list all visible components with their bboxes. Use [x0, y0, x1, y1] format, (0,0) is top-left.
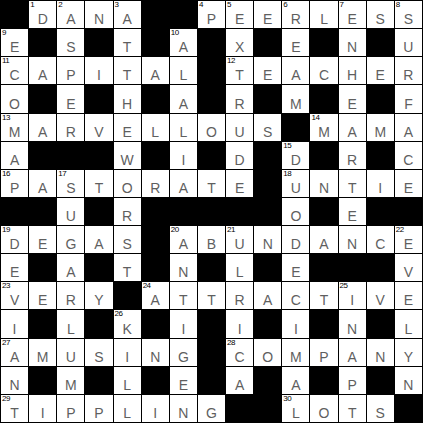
grid-cell-6-8[interactable]: E: [226, 170, 253, 197]
cell-letter: L: [395, 322, 422, 337]
grid-cell-2-10[interactable]: A: [282, 57, 309, 84]
grid-cell-7-2[interactable]: U: [57, 198, 84, 225]
grid-cell-4-11[interactable]: 14M: [310, 114, 337, 141]
grid-cell-9-6[interactable]: N: [170, 254, 197, 281]
cell-letter: N: [339, 322, 366, 337]
cell-letter: A: [226, 378, 253, 393]
grid-cell-14-5[interactable]: I: [142, 395, 169, 422]
block-cell-11-7: [198, 310, 225, 337]
cell-letter: S: [114, 237, 141, 252]
cell-letter: T: [198, 293, 225, 308]
grid-cell-2-4[interactable]: T: [114, 57, 141, 84]
cell-letter: S: [367, 12, 394, 27]
cell-letter: E: [339, 97, 366, 112]
grid-cell-11-0[interactable]: I: [1, 310, 28, 337]
grid-cell-8-9[interactable]: N: [254, 226, 281, 253]
grid-cell-2-1[interactable]: A: [29, 57, 56, 84]
cell-letter: A: [142, 68, 169, 83]
grid-cell-9-8[interactable]: L: [226, 254, 253, 281]
cell-letter: C: [310, 68, 337, 83]
grid-cell-6-11[interactable]: N: [310, 170, 337, 197]
cell-letter: C: [282, 293, 309, 308]
cell-letter: I: [170, 153, 197, 168]
block-cell-7-14: [395, 198, 422, 225]
cell-letter: P: [57, 68, 84, 83]
cell-letter: T: [1, 406, 28, 421]
grid-cell-13-12[interactable]: P: [339, 367, 366, 394]
grid-cell-13-4[interactable]: L: [114, 367, 141, 394]
block-cell-7-0: [1, 198, 28, 225]
grid-cell-1-4[interactable]: T: [114, 29, 141, 56]
grid-cell-12-13[interactable]: N: [367, 339, 394, 366]
cell-letter: T: [310, 293, 337, 308]
grid-cell-6-5[interactable]: R: [142, 170, 169, 197]
clue-number-27: 27: [2, 339, 10, 348]
grid-cell-2-6[interactable]: L: [170, 57, 197, 84]
grid-cell-12-4[interactable]: I: [114, 339, 141, 366]
grid-cell-6-0[interactable]: 16P: [1, 170, 28, 197]
grid-cell-11-8[interactable]: I: [226, 310, 253, 337]
cell-letter: M: [282, 97, 309, 112]
grid-cell-0-13[interactable]: S: [367, 1, 394, 28]
cell-letter: G: [57, 237, 84, 252]
grid-cell-5-0[interactable]: A: [1, 142, 28, 169]
grid-cell-2-5[interactable]: A: [142, 57, 169, 84]
grid-cell-8-3[interactable]: A: [85, 226, 112, 253]
clue-number-17: 17: [58, 170, 66, 179]
grid-cell-0-12[interactable]: 7E: [339, 1, 366, 28]
grid-cell-4-8[interactable]: U: [226, 114, 253, 141]
cell-letter: G: [170, 350, 197, 365]
cell-letter: A: [170, 40, 197, 55]
grid-cell-3-10[interactable]: M: [282, 85, 309, 112]
cell-letter: M: [367, 125, 394, 140]
grid-cell-3-0[interactable]: O: [1, 85, 28, 112]
grid-cell-2-8[interactable]: 12T: [226, 57, 253, 84]
grid-cell-2-13[interactable]: E: [367, 57, 394, 84]
cell-letter: T: [114, 40, 141, 55]
cell-letter: T: [226, 68, 253, 83]
grid-cell-4-2[interactable]: R: [57, 114, 84, 141]
grid-cell-10-14[interactable]: E: [395, 282, 422, 309]
grid-cell-5-8[interactable]: D: [226, 142, 253, 169]
cell-letter: U: [57, 350, 84, 365]
grid-cell-0-4[interactable]: 3A: [114, 1, 141, 28]
block-cell-7-13: [367, 198, 394, 225]
cell-letter: E: [57, 97, 84, 112]
block-cell-13-11: [310, 367, 337, 394]
clue-number-28: 28: [227, 339, 235, 348]
cell-letter: A: [282, 68, 309, 83]
cell-letter: L: [170, 125, 197, 140]
grid-cell-9-14[interactable]: V: [395, 254, 422, 281]
block-cell-3-7: [198, 85, 225, 112]
cell-letter: K: [114, 322, 141, 337]
grid-cell-10-2[interactable]: R: [57, 282, 84, 309]
grid-cell-4-12[interactable]: A: [339, 114, 366, 141]
clue-number-19: 19: [2, 226, 10, 235]
cell-letter: A: [29, 125, 56, 140]
cell-letter: N: [142, 350, 169, 365]
cell-letter: W: [114, 153, 141, 168]
cell-letter: T: [339, 406, 366, 421]
grid-cell-7-4[interactable]: R: [114, 198, 141, 225]
block-cell-9-5: [142, 254, 169, 281]
grid-cell-12-2[interactable]: U: [57, 339, 84, 366]
block-cell-13-3: [85, 367, 112, 394]
cell-letter: O: [282, 209, 309, 224]
grid-cell-1-6[interactable]: 10A: [170, 29, 197, 56]
grid-cell-5-6[interactable]: I: [170, 142, 197, 169]
grid-cell-14-11[interactable]: O: [310, 395, 337, 422]
grid-cell-8-13[interactable]: C: [367, 226, 394, 253]
block-cell-13-7: [198, 367, 225, 394]
clue-number-11: 11: [2, 57, 9, 66]
cell-letter: E: [114, 125, 141, 140]
cell-letter: E: [395, 181, 422, 196]
grid-cell-13-14[interactable]: N: [395, 367, 422, 394]
block-cell-12-7: [198, 339, 225, 366]
grid-cell-14-2[interactable]: P: [57, 395, 84, 422]
grid-cell-12-3[interactable]: S: [85, 339, 112, 366]
cell-letter: D: [226, 153, 253, 168]
block-cell-7-6: [170, 198, 197, 225]
block-cell-9-11: [310, 254, 337, 281]
block-cell-11-1: [29, 310, 56, 337]
cell-letter: A: [282, 378, 309, 393]
grid-cell-4-0[interactable]: 13M: [1, 114, 28, 141]
grid-cell-2-12[interactable]: H: [339, 57, 366, 84]
grid-cell-0-8[interactable]: 5E: [226, 1, 253, 28]
cell-letter: Y: [395, 350, 422, 365]
grid-cell-1-14[interactable]: U: [395, 29, 422, 56]
grid-cell-9-10[interactable]: E: [282, 254, 309, 281]
grid-cell-12-10[interactable]: M: [282, 339, 309, 366]
clue-number-3: 3: [115, 1, 119, 10]
cell-letter: P: [85, 406, 112, 421]
cell-letter: I: [367, 181, 394, 196]
cell-letter: A: [1, 350, 28, 365]
cell-letter: S: [254, 125, 281, 140]
cell-letter: C: [1, 68, 28, 83]
grid-cell-4-4[interactable]: E: [114, 114, 141, 141]
grid-cell-6-12[interactable]: T: [339, 170, 366, 197]
grid-cell-10-6[interactable]: T: [170, 282, 197, 309]
cell-letter: E: [226, 12, 253, 27]
grid-cell-8-12[interactable]: N: [339, 226, 366, 253]
grid-cell-4-14[interactable]: A: [395, 114, 422, 141]
grid-cell-3-4[interactable]: H: [114, 85, 141, 112]
grid-cell-10-13[interactable]: V: [367, 282, 394, 309]
grid-cell-10-11[interactable]: T: [310, 282, 337, 309]
grid-cell-0-11[interactable]: L: [310, 1, 337, 28]
grid-cell-3-14[interactable]: F: [395, 85, 422, 112]
block-cell-11-11: [310, 310, 337, 337]
grid-cell-10-1[interactable]: E: [29, 282, 56, 309]
cell-letter: E: [395, 293, 422, 308]
cell-letter: N: [339, 40, 366, 55]
cell-letter: M: [57, 378, 84, 393]
clue-number-5: 5: [227, 1, 231, 10]
block-cell-11-5: [142, 310, 169, 337]
cell-letter: P: [310, 350, 337, 365]
cell-letter: E: [339, 209, 366, 224]
grid-cell-14-6[interactable]: N: [170, 395, 197, 422]
cell-letter: A: [142, 293, 169, 308]
cell-letter: A: [29, 68, 56, 83]
grid-cell-6-10[interactable]: 18U: [282, 170, 309, 197]
grid-cell-12-5[interactable]: N: [142, 339, 169, 366]
cell-letter: E: [254, 12, 281, 27]
cell-letter: Y: [85, 293, 112, 308]
grid-cell-14-0[interactable]: 29T: [1, 395, 28, 422]
cell-letter: I: [114, 350, 141, 365]
grid-cell-14-13[interactable]: S: [367, 395, 394, 422]
grid-cell-11-10[interactable]: I: [282, 310, 309, 337]
clue-number-10: 10: [171, 29, 179, 38]
grid-cell-8-1[interactable]: E: [29, 226, 56, 253]
block-cell-9-9: [254, 254, 281, 281]
cell-letter: E: [339, 12, 366, 27]
grid-cell-8-7[interactable]: B: [198, 226, 225, 253]
cell-letter: M: [310, 125, 337, 140]
cell-letter: A: [254, 293, 281, 308]
cell-letter: O: [254, 350, 281, 365]
cell-letter: R: [395, 68, 422, 83]
grid-cell-4-6[interactable]: L: [170, 114, 197, 141]
grid-cell-11-4[interactable]: 26K: [114, 310, 141, 337]
block-cell-13-9: [254, 367, 281, 394]
cell-letter: E: [1, 265, 28, 280]
grid-cell-10-10[interactable]: C: [282, 282, 309, 309]
cell-letter: O: [198, 125, 225, 140]
grid-cell-13-8[interactable]: A: [226, 367, 253, 394]
grid-cell-0-10[interactable]: 6R: [282, 1, 309, 28]
cell-letter: T: [114, 68, 141, 83]
cell-letter: N: [339, 237, 366, 252]
grid-cell-14-1[interactable]: I: [29, 395, 56, 422]
grid-cell-2-0[interactable]: 11C: [1, 57, 28, 84]
clue-number-7: 7: [340, 1, 344, 10]
grid-cell-11-2[interactable]: L: [57, 310, 84, 337]
grid-cell-14-10[interactable]: 30L: [282, 395, 309, 422]
grid-cell-10-7[interactable]: T: [198, 282, 225, 309]
grid-cell-12-11[interactable]: P: [310, 339, 337, 366]
block-cell-14-8: [226, 395, 253, 422]
cell-letter: I: [282, 322, 309, 337]
grid-cell-7-10[interactable]: O: [282, 198, 309, 225]
grid-cell-11-14[interactable]: L: [395, 310, 422, 337]
block-cell-1-11: [310, 29, 337, 56]
grid-cell-4-13[interactable]: M: [367, 114, 394, 141]
cell-letter: P: [198, 12, 225, 27]
grid-cell-0-1[interactable]: 1D: [29, 1, 56, 28]
block-cell-11-9: [254, 310, 281, 337]
grid-cell-6-6[interactable]: A: [170, 170, 197, 197]
cell-letter: D: [1, 237, 28, 252]
block-cell-1-5: [142, 29, 169, 56]
grid-cell-4-5[interactable]: L: [142, 114, 169, 141]
grid-cell-12-14[interactable]: Y: [395, 339, 422, 366]
grid-cell-8-4[interactable]: S: [114, 226, 141, 253]
grid-cell-4-9[interactable]: S: [254, 114, 281, 141]
grid-cell-2-9[interactable]: E: [254, 57, 281, 84]
block-cell-1-7: [198, 29, 225, 56]
grid-cell-8-6[interactable]: 20A: [170, 226, 197, 253]
clue-number-20: 20: [171, 226, 179, 235]
block-cell-5-11: [310, 142, 337, 169]
grid-cell-1-10[interactable]: E: [282, 29, 309, 56]
cell-letter: A: [170, 97, 197, 112]
grid-cell-4-1[interactable]: A: [29, 114, 56, 141]
block-cell-9-7: [198, 254, 225, 281]
cell-letter: T: [114, 265, 141, 280]
grid-cell-6-14[interactable]: E: [395, 170, 422, 197]
clue-number-26: 26: [115, 310, 123, 319]
grid-cell-3-6[interactable]: A: [170, 85, 197, 112]
clue-number-4: 4: [199, 1, 203, 10]
crossword-grid: 1D2AN3A4P5EE6RL7ES8S9EST10AXENU11CAPITAL…: [0, 0, 423, 423]
grid-cell-9-0[interactable]: E: [1, 254, 28, 281]
grid-cell-10-5[interactable]: 24A: [142, 282, 169, 309]
grid-cell-1-12[interactable]: N: [339, 29, 366, 56]
grid-cell-11-6[interactable]: I: [170, 310, 197, 337]
cell-letter: R: [114, 209, 141, 224]
grid-cell-5-12[interactable]: R: [339, 142, 366, 169]
cell-letter: A: [339, 350, 366, 365]
grid-cell-6-4[interactable]: O: [114, 170, 141, 197]
grid-cell-0-3[interactable]: N: [85, 1, 112, 28]
cell-letter: E: [395, 237, 422, 252]
grid-cell-11-12[interactable]: N: [339, 310, 366, 337]
grid-cell-7-12[interactable]: E: [339, 198, 366, 225]
block-cell-9-13: [367, 254, 394, 281]
clue-number-30: 30: [283, 395, 291, 404]
grid-cell-2-3[interactable]: I: [85, 57, 112, 84]
grid-cell-8-14[interactable]: 22E: [395, 226, 422, 253]
grid-cell-8-2[interactable]: G: [57, 226, 84, 253]
cell-letter: H: [339, 68, 366, 83]
cell-letter: N: [367, 350, 394, 365]
block-cell-5-9: [254, 142, 281, 169]
grid-cell-14-12[interactable]: T: [339, 395, 366, 422]
cell-letter: A: [29, 181, 56, 196]
cell-letter: A: [57, 12, 84, 27]
block-cell-9-1: [29, 254, 56, 281]
cell-letter: V: [85, 125, 112, 140]
grid-cell-14-3[interactable]: P: [85, 395, 112, 422]
grid-cell-1-0[interactable]: 9E: [1, 29, 28, 56]
grid-cell-2-11[interactable]: C: [310, 57, 337, 84]
clue-number-23: 23: [2, 282, 10, 291]
grid-cell-8-0[interactable]: 19D: [1, 226, 28, 253]
clue-number-9: 9: [2, 29, 6, 38]
grid-cell-13-2[interactable]: M: [57, 367, 84, 394]
cell-letter: R: [57, 125, 84, 140]
cell-letter: D: [29, 12, 56, 27]
grid-cell-10-0[interactable]: 23V: [1, 282, 28, 309]
clue-number-25: 25: [340, 282, 348, 291]
cell-letter: E: [367, 68, 394, 83]
grid-cell-6-7[interactable]: T: [198, 170, 225, 197]
grid-cell-4-7[interactable]: O: [198, 114, 225, 141]
grid-cell-6-3[interactable]: T: [85, 170, 112, 197]
clue-number-14: 14: [311, 114, 319, 123]
grid-cell-12-1[interactable]: M: [29, 339, 56, 366]
block-cell-3-11: [310, 85, 337, 112]
grid-cell-6-13[interactable]: I: [367, 170, 394, 197]
block-cell-5-3: [85, 142, 112, 169]
grid-cell-2-2[interactable]: P: [57, 57, 84, 84]
block-cell-5-7: [198, 142, 225, 169]
block-cell-3-3: [85, 85, 112, 112]
grid-cell-14-4[interactable]: L: [114, 395, 141, 422]
grid-cell-8-11[interactable]: A: [310, 226, 337, 253]
block-cell-6-9: [254, 170, 281, 197]
grid-cell-0-14[interactable]: 8S: [395, 1, 422, 28]
block-cell-7-8: [226, 198, 253, 225]
grid-cell-13-0[interactable]: N: [1, 367, 28, 394]
grid-cell-9-2[interactable]: A: [57, 254, 84, 281]
block-cell-5-13: [367, 142, 394, 169]
grid-cell-0-7[interactable]: 4P: [198, 1, 225, 28]
grid-cell-3-8[interactable]: R: [226, 85, 253, 112]
cell-letter: S: [395, 12, 422, 27]
grid-cell-10-9[interactable]: A: [254, 282, 281, 309]
block-cell-2-7: [198, 57, 225, 84]
grid-cell-6-2[interactable]: 17S: [57, 170, 84, 197]
grid-cell-14-7[interactable]: G: [198, 395, 225, 422]
grid-cell-5-14[interactable]: C: [395, 142, 422, 169]
grid-cell-1-8[interactable]: X: [226, 29, 253, 56]
grid-cell-8-10[interactable]: D: [282, 226, 309, 253]
grid-cell-3-12[interactable]: E: [339, 85, 366, 112]
grid-cell-12-0[interactable]: 27A: [1, 339, 28, 366]
block-cell-3-5: [142, 85, 169, 112]
grid-cell-12-12[interactable]: A: [339, 339, 366, 366]
grid-cell-4-3[interactable]: V: [85, 114, 112, 141]
grid-cell-0-9[interactable]: E: [254, 1, 281, 28]
grid-cell-5-10[interactable]: 15D: [282, 142, 309, 169]
grid-cell-10-12[interactable]: 25I: [339, 282, 366, 309]
grid-cell-9-4[interactable]: T: [114, 254, 141, 281]
cell-letter: C: [395, 153, 422, 168]
grid-cell-12-8[interactable]: 28C: [226, 339, 253, 366]
cell-letter: E: [170, 378, 197, 393]
cell-letter: P: [1, 181, 28, 196]
grid-cell-1-2[interactable]: S: [57, 29, 84, 56]
cell-letter: L: [114, 406, 141, 421]
cell-letter: H: [114, 97, 141, 112]
grid-cell-10-3[interactable]: Y: [85, 282, 112, 309]
grid-cell-2-14[interactable]: R: [395, 57, 422, 84]
grid-cell-8-8[interactable]: 21U: [226, 226, 253, 253]
grid-cell-12-6[interactable]: G: [170, 339, 197, 366]
block-cell-13-13: [367, 367, 394, 394]
grid-cell-12-9[interactable]: O: [254, 339, 281, 366]
grid-cell-13-6[interactable]: E: [170, 367, 197, 394]
grid-cell-0-2[interactable]: 2A: [57, 1, 84, 28]
grid-cell-3-2[interactable]: E: [57, 85, 84, 112]
grid-cell-6-1[interactable]: A: [29, 170, 56, 197]
clue-number-12: 12: [227, 57, 235, 66]
grid-cell-13-10[interactable]: A: [282, 367, 309, 394]
cell-letter: A: [170, 181, 197, 196]
block-cell-4-10: [282, 114, 309, 141]
grid-cell-10-8[interactable]: R: [226, 282, 253, 309]
cell-letter: N: [170, 265, 197, 280]
grid-cell-5-4[interactable]: W: [114, 142, 141, 169]
